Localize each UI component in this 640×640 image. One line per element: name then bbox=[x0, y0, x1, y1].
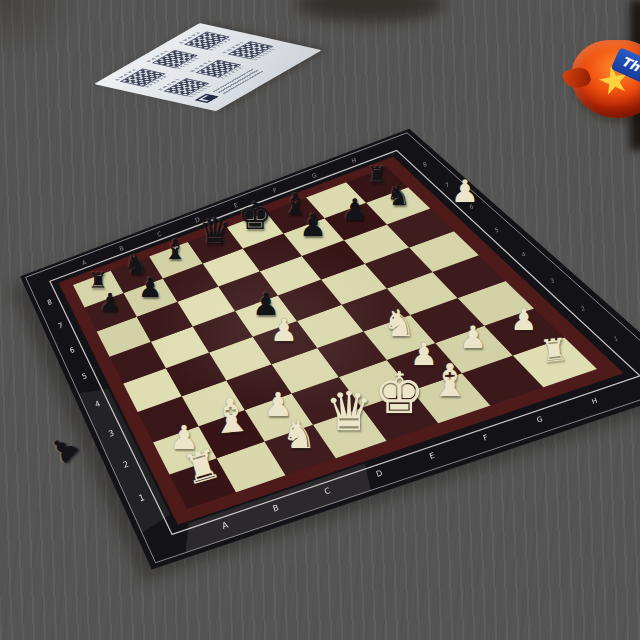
photo-scene: Th AABBCCDDEEFFGGHH1122334455667788 ♜♟♞♝… bbox=[0, 0, 640, 640]
black-pawn-glyph: ♟ bbox=[85, 290, 135, 315]
piece-wR-h1[interactable]: ♜ bbox=[523, 335, 585, 366]
piece-wP-d4[interactable]: ♟ bbox=[253, 315, 315, 346]
white-knight-glyph: ♞ bbox=[260, 415, 338, 454]
captured-black-pawn[interactable]: ♟ bbox=[33, 434, 95, 465]
piece-bP-a7[interactable]: ♟ bbox=[85, 290, 135, 315]
captured-white-pawn[interactable]: ♟ bbox=[434, 176, 496, 207]
piece-wR-a1[interactable]: ♜ bbox=[161, 447, 243, 488]
white-rook-glyph: ♜ bbox=[522, 332, 587, 369]
black-pawn-glyph: ♟ bbox=[282, 210, 344, 241]
white-pawn-glyph: ♟ bbox=[253, 315, 315, 346]
white-pawn-glyph: ♟ bbox=[434, 176, 496, 207]
piece-bP-f7[interactable]: ♟ bbox=[282, 210, 344, 241]
piece-wN-c1[interactable]: ♞ bbox=[260, 415, 338, 454]
